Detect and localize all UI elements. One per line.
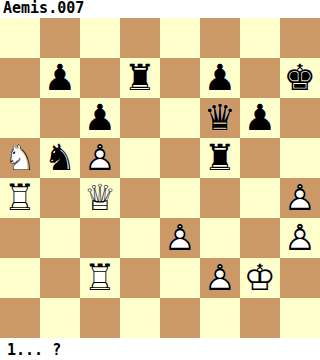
square-c6[interactable]: ♟ bbox=[80, 98, 120, 138]
square-g7[interactable] bbox=[240, 58, 280, 98]
white-queen-piece: ♛♕ bbox=[80, 178, 120, 218]
square-e7[interactable] bbox=[160, 58, 200, 98]
square-e4[interactable] bbox=[160, 178, 200, 218]
square-b3[interactable] bbox=[40, 218, 80, 258]
move-prompt: 1... ? bbox=[0, 338, 320, 360]
square-d2[interactable] bbox=[120, 258, 160, 298]
square-c1[interactable] bbox=[80, 298, 120, 338]
square-c8[interactable] bbox=[80, 18, 120, 58]
black-pawn-piece: ♟ bbox=[240, 98, 280, 138]
square-e6[interactable] bbox=[160, 98, 200, 138]
square-a4[interactable]: ♜♖ bbox=[0, 178, 40, 218]
square-d3[interactable] bbox=[120, 218, 160, 258]
white-pawn-piece: ♟♙ bbox=[280, 178, 320, 218]
square-a7[interactable] bbox=[0, 58, 40, 98]
square-g8[interactable] bbox=[240, 18, 280, 58]
white-pawn-piece: ♟♙ bbox=[160, 218, 200, 258]
square-b4[interactable] bbox=[40, 178, 80, 218]
black-king-piece: ♚ bbox=[280, 58, 320, 98]
square-a2[interactable] bbox=[0, 258, 40, 298]
square-g6[interactable]: ♟ bbox=[240, 98, 280, 138]
square-c5[interactable]: ♟♙ bbox=[80, 138, 120, 178]
square-a1[interactable] bbox=[0, 298, 40, 338]
square-a3[interactable] bbox=[0, 218, 40, 258]
square-h8[interactable] bbox=[280, 18, 320, 58]
white-pawn-piece: ♟♙ bbox=[200, 258, 240, 298]
square-h1[interactable] bbox=[280, 298, 320, 338]
square-h3[interactable]: ♟♙ bbox=[280, 218, 320, 258]
black-pawn-piece: ♟ bbox=[40, 58, 80, 98]
square-h5[interactable] bbox=[280, 138, 320, 178]
square-e3[interactable]: ♟♙ bbox=[160, 218, 200, 258]
square-d6[interactable] bbox=[120, 98, 160, 138]
square-f3[interactable] bbox=[200, 218, 240, 258]
white-pawn-piece: ♟♙ bbox=[280, 218, 320, 258]
square-f5[interactable]: ♜ bbox=[200, 138, 240, 178]
square-c2[interactable]: ♜♖ bbox=[80, 258, 120, 298]
square-h6[interactable] bbox=[280, 98, 320, 138]
white-rook-piece: ♜♖ bbox=[0, 178, 40, 218]
square-c3[interactable] bbox=[80, 218, 120, 258]
white-knight-piece: ♞♘ bbox=[0, 138, 40, 178]
white-pawn-piece: ♟♙ bbox=[80, 138, 120, 178]
black-knight-piece: ♞ bbox=[40, 138, 80, 178]
square-f2[interactable]: ♟♙ bbox=[200, 258, 240, 298]
square-e2[interactable] bbox=[160, 258, 200, 298]
square-e5[interactable] bbox=[160, 138, 200, 178]
chess-board: ♟♜♟♚♟♛♟♞♘♞♟♙♜♜♖♛♕♟♙♟♙♟♙♜♖♟♙♚♔ bbox=[0, 18, 320, 338]
square-c4[interactable]: ♛♕ bbox=[80, 178, 120, 218]
square-f6[interactable]: ♛ bbox=[200, 98, 240, 138]
square-d7[interactable]: ♜ bbox=[120, 58, 160, 98]
square-g1[interactable] bbox=[240, 298, 280, 338]
square-d5[interactable] bbox=[120, 138, 160, 178]
square-c7[interactable] bbox=[80, 58, 120, 98]
black-rook-piece: ♜ bbox=[120, 58, 160, 98]
square-f7[interactable]: ♟ bbox=[200, 58, 240, 98]
diagram-title: Aemis.007 bbox=[0, 0, 320, 18]
square-a5[interactable]: ♞♘ bbox=[0, 138, 40, 178]
black-pawn-piece: ♟ bbox=[80, 98, 120, 138]
white-rook-piece: ♜♖ bbox=[80, 258, 120, 298]
square-h2[interactable] bbox=[280, 258, 320, 298]
square-f1[interactable] bbox=[200, 298, 240, 338]
black-rook-piece: ♜ bbox=[200, 138, 240, 178]
square-f8[interactable] bbox=[200, 18, 240, 58]
square-d8[interactable] bbox=[120, 18, 160, 58]
black-queen-piece: ♛ bbox=[200, 98, 240, 138]
square-e1[interactable] bbox=[160, 298, 200, 338]
square-b8[interactable] bbox=[40, 18, 80, 58]
square-g5[interactable] bbox=[240, 138, 280, 178]
square-e8[interactable] bbox=[160, 18, 200, 58]
square-h4[interactable]: ♟♙ bbox=[280, 178, 320, 218]
square-b2[interactable] bbox=[40, 258, 80, 298]
black-pawn-piece: ♟ bbox=[200, 58, 240, 98]
square-d4[interactable] bbox=[120, 178, 160, 218]
square-b7[interactable]: ♟ bbox=[40, 58, 80, 98]
square-g2[interactable]: ♚♔ bbox=[240, 258, 280, 298]
square-a8[interactable] bbox=[0, 18, 40, 58]
white-king-piece: ♚♔ bbox=[240, 258, 280, 298]
square-d1[interactable] bbox=[120, 298, 160, 338]
square-a6[interactable] bbox=[0, 98, 40, 138]
square-b5[interactable]: ♞ bbox=[40, 138, 80, 178]
square-b6[interactable] bbox=[40, 98, 80, 138]
square-b1[interactable] bbox=[40, 298, 80, 338]
square-g4[interactable] bbox=[240, 178, 280, 218]
square-h7[interactable]: ♚ bbox=[280, 58, 320, 98]
square-f4[interactable] bbox=[200, 178, 240, 218]
square-g3[interactable] bbox=[240, 218, 280, 258]
